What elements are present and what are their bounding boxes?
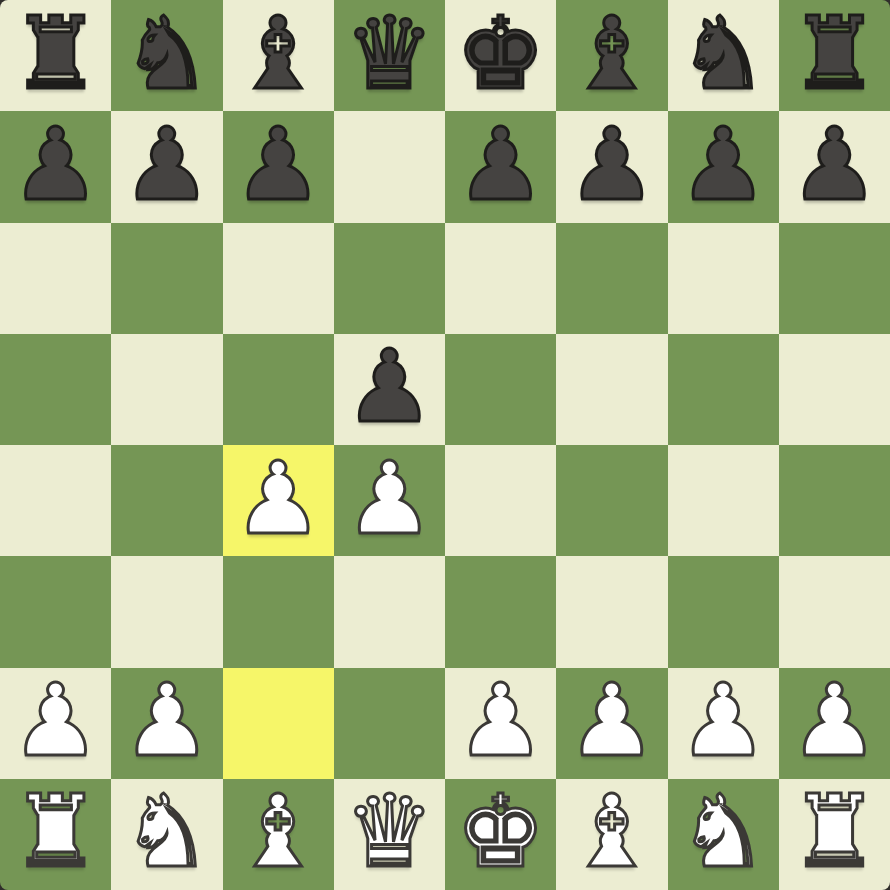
square-c2[interactable] xyxy=(223,668,334,779)
piece-black-pawn[interactable]: ♟ xyxy=(11,115,101,215)
square-f2[interactable]: ♟ xyxy=(556,668,667,779)
square-a8[interactable]: ♜ xyxy=(0,0,111,111)
square-c3[interactable] xyxy=(223,556,334,667)
square-d6[interactable] xyxy=(334,223,445,334)
square-c7[interactable]: ♟ xyxy=(223,111,334,222)
square-g7[interactable]: ♟ xyxy=(668,111,779,222)
piece-white-pawn[interactable]: ♟ xyxy=(790,671,880,771)
piece-black-knight[interactable]: ♞ xyxy=(678,4,768,104)
piece-black-bishop[interactable]: ♝ xyxy=(567,4,657,104)
piece-white-pawn[interactable]: ♟ xyxy=(122,671,212,771)
square-d8[interactable]: ♛ xyxy=(334,0,445,111)
square-b4[interactable] xyxy=(111,445,222,556)
square-f6[interactable] xyxy=(556,223,667,334)
square-c4[interactable]: ♟ xyxy=(223,445,334,556)
square-e2[interactable]: ♟ xyxy=(445,668,556,779)
square-e1[interactable]: ♚ xyxy=(445,779,556,890)
square-h4[interactable] xyxy=(779,445,890,556)
square-h3[interactable] xyxy=(779,556,890,667)
piece-white-pawn[interactable]: ♟ xyxy=(233,449,323,549)
square-a2[interactable]: ♟ xyxy=(0,668,111,779)
square-e8[interactable]: ♚ xyxy=(445,0,556,111)
square-b2[interactable]: ♟ xyxy=(111,668,222,779)
square-c8[interactable]: ♝ xyxy=(223,0,334,111)
piece-black-pawn[interactable]: ♟ xyxy=(122,115,212,215)
square-g5[interactable] xyxy=(668,334,779,445)
square-d1[interactable]: ♛ xyxy=(334,779,445,890)
square-f3[interactable] xyxy=(556,556,667,667)
piece-white-pawn[interactable]: ♟ xyxy=(11,671,101,771)
piece-white-bishop[interactable]: ♝ xyxy=(233,782,323,882)
square-b1[interactable]: ♞ xyxy=(111,779,222,890)
square-f7[interactable]: ♟ xyxy=(556,111,667,222)
piece-white-pawn[interactable]: ♟ xyxy=(567,671,657,771)
square-b5[interactable] xyxy=(111,334,222,445)
piece-white-knight[interactable]: ♞ xyxy=(122,782,212,882)
piece-white-bishop[interactable]: ♝ xyxy=(567,782,657,882)
square-d3[interactable] xyxy=(334,556,445,667)
square-h5[interactable] xyxy=(779,334,890,445)
square-b7[interactable]: ♟ xyxy=(111,111,222,222)
square-g6[interactable] xyxy=(668,223,779,334)
piece-black-pawn[interactable]: ♟ xyxy=(233,115,323,215)
square-e5[interactable] xyxy=(445,334,556,445)
square-d4[interactable]: ♟ xyxy=(334,445,445,556)
piece-black-rook[interactable]: ♜ xyxy=(790,4,880,104)
piece-black-pawn[interactable]: ♟ xyxy=(567,115,657,215)
square-c6[interactable] xyxy=(223,223,334,334)
piece-black-pawn[interactable]: ♟ xyxy=(345,337,435,437)
square-f5[interactable] xyxy=(556,334,667,445)
square-d2[interactable] xyxy=(334,668,445,779)
square-b8[interactable]: ♞ xyxy=(111,0,222,111)
piece-black-knight[interactable]: ♞ xyxy=(122,4,212,104)
square-h7[interactable]: ♟ xyxy=(779,111,890,222)
piece-black-pawn[interactable]: ♟ xyxy=(790,115,880,215)
piece-white-pawn[interactable]: ♟ xyxy=(456,671,546,771)
square-h2[interactable]: ♟ xyxy=(779,668,890,779)
piece-black-queen[interactable]: ♛ xyxy=(345,4,435,104)
piece-black-pawn[interactable]: ♟ xyxy=(456,115,546,215)
piece-black-bishop[interactable]: ♝ xyxy=(233,4,323,104)
square-f4[interactable] xyxy=(556,445,667,556)
square-g8[interactable]: ♞ xyxy=(668,0,779,111)
square-f1[interactable]: ♝ xyxy=(556,779,667,890)
piece-white-rook[interactable]: ♜ xyxy=(11,782,101,882)
piece-black-rook[interactable]: ♜ xyxy=(11,4,101,104)
square-a3[interactable] xyxy=(0,556,111,667)
square-h8[interactable]: ♜ xyxy=(779,0,890,111)
square-a6[interactable] xyxy=(0,223,111,334)
square-a4[interactable] xyxy=(0,445,111,556)
chess-board: ♜♞♝♛♚♝♞♜♟♟♟♟♟♟♟♟♟♟♟♟♟♟♟♟♜♞♝♛♚♝♞♜ xyxy=(0,0,890,890)
square-g1[interactable]: ♞ xyxy=(668,779,779,890)
piece-white-pawn[interactable]: ♟ xyxy=(678,671,768,771)
square-a7[interactable]: ♟ xyxy=(0,111,111,222)
square-c5[interactable] xyxy=(223,334,334,445)
square-e7[interactable]: ♟ xyxy=(445,111,556,222)
square-d7[interactable] xyxy=(334,111,445,222)
square-h6[interactable] xyxy=(779,223,890,334)
piece-white-queen[interactable]: ♛ xyxy=(345,782,435,882)
square-g4[interactable] xyxy=(668,445,779,556)
square-e3[interactable] xyxy=(445,556,556,667)
square-a5[interactable] xyxy=(0,334,111,445)
square-g3[interactable] xyxy=(668,556,779,667)
square-e6[interactable] xyxy=(445,223,556,334)
square-d5[interactable]: ♟ xyxy=(334,334,445,445)
piece-white-knight[interactable]: ♞ xyxy=(678,782,768,882)
piece-black-king[interactable]: ♚ xyxy=(456,4,546,104)
piece-black-pawn[interactable]: ♟ xyxy=(678,115,768,215)
square-h1[interactable]: ♜ xyxy=(779,779,890,890)
piece-white-rook[interactable]: ♜ xyxy=(790,782,880,882)
piece-white-pawn[interactable]: ♟ xyxy=(345,449,435,549)
square-e4[interactable] xyxy=(445,445,556,556)
piece-white-king[interactable]: ♚ xyxy=(456,782,546,882)
square-f8[interactable]: ♝ xyxy=(556,0,667,111)
square-a1[interactable]: ♜ xyxy=(0,779,111,890)
square-b3[interactable] xyxy=(111,556,222,667)
square-b6[interactable] xyxy=(111,223,222,334)
square-g2[interactable]: ♟ xyxy=(668,668,779,779)
square-c1[interactable]: ♝ xyxy=(223,779,334,890)
